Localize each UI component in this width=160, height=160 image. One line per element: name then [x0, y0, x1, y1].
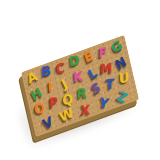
product-photo: ABCDEFGHIJKLMNOPQRSTUVWXYZ [0, 0, 160, 160]
letter-r[interactable]: R [75, 85, 89, 103]
letter-x[interactable]: X [79, 102, 93, 120]
letter-u[interactable]: U [117, 69, 131, 87]
letter-t[interactable]: T [103, 76, 117, 94]
